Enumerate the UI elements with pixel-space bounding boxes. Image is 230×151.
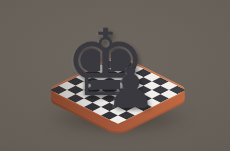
- chess-icon-scene: ♚♟: [0, 0, 230, 151]
- black-pawn: ♟: [106, 60, 156, 116]
